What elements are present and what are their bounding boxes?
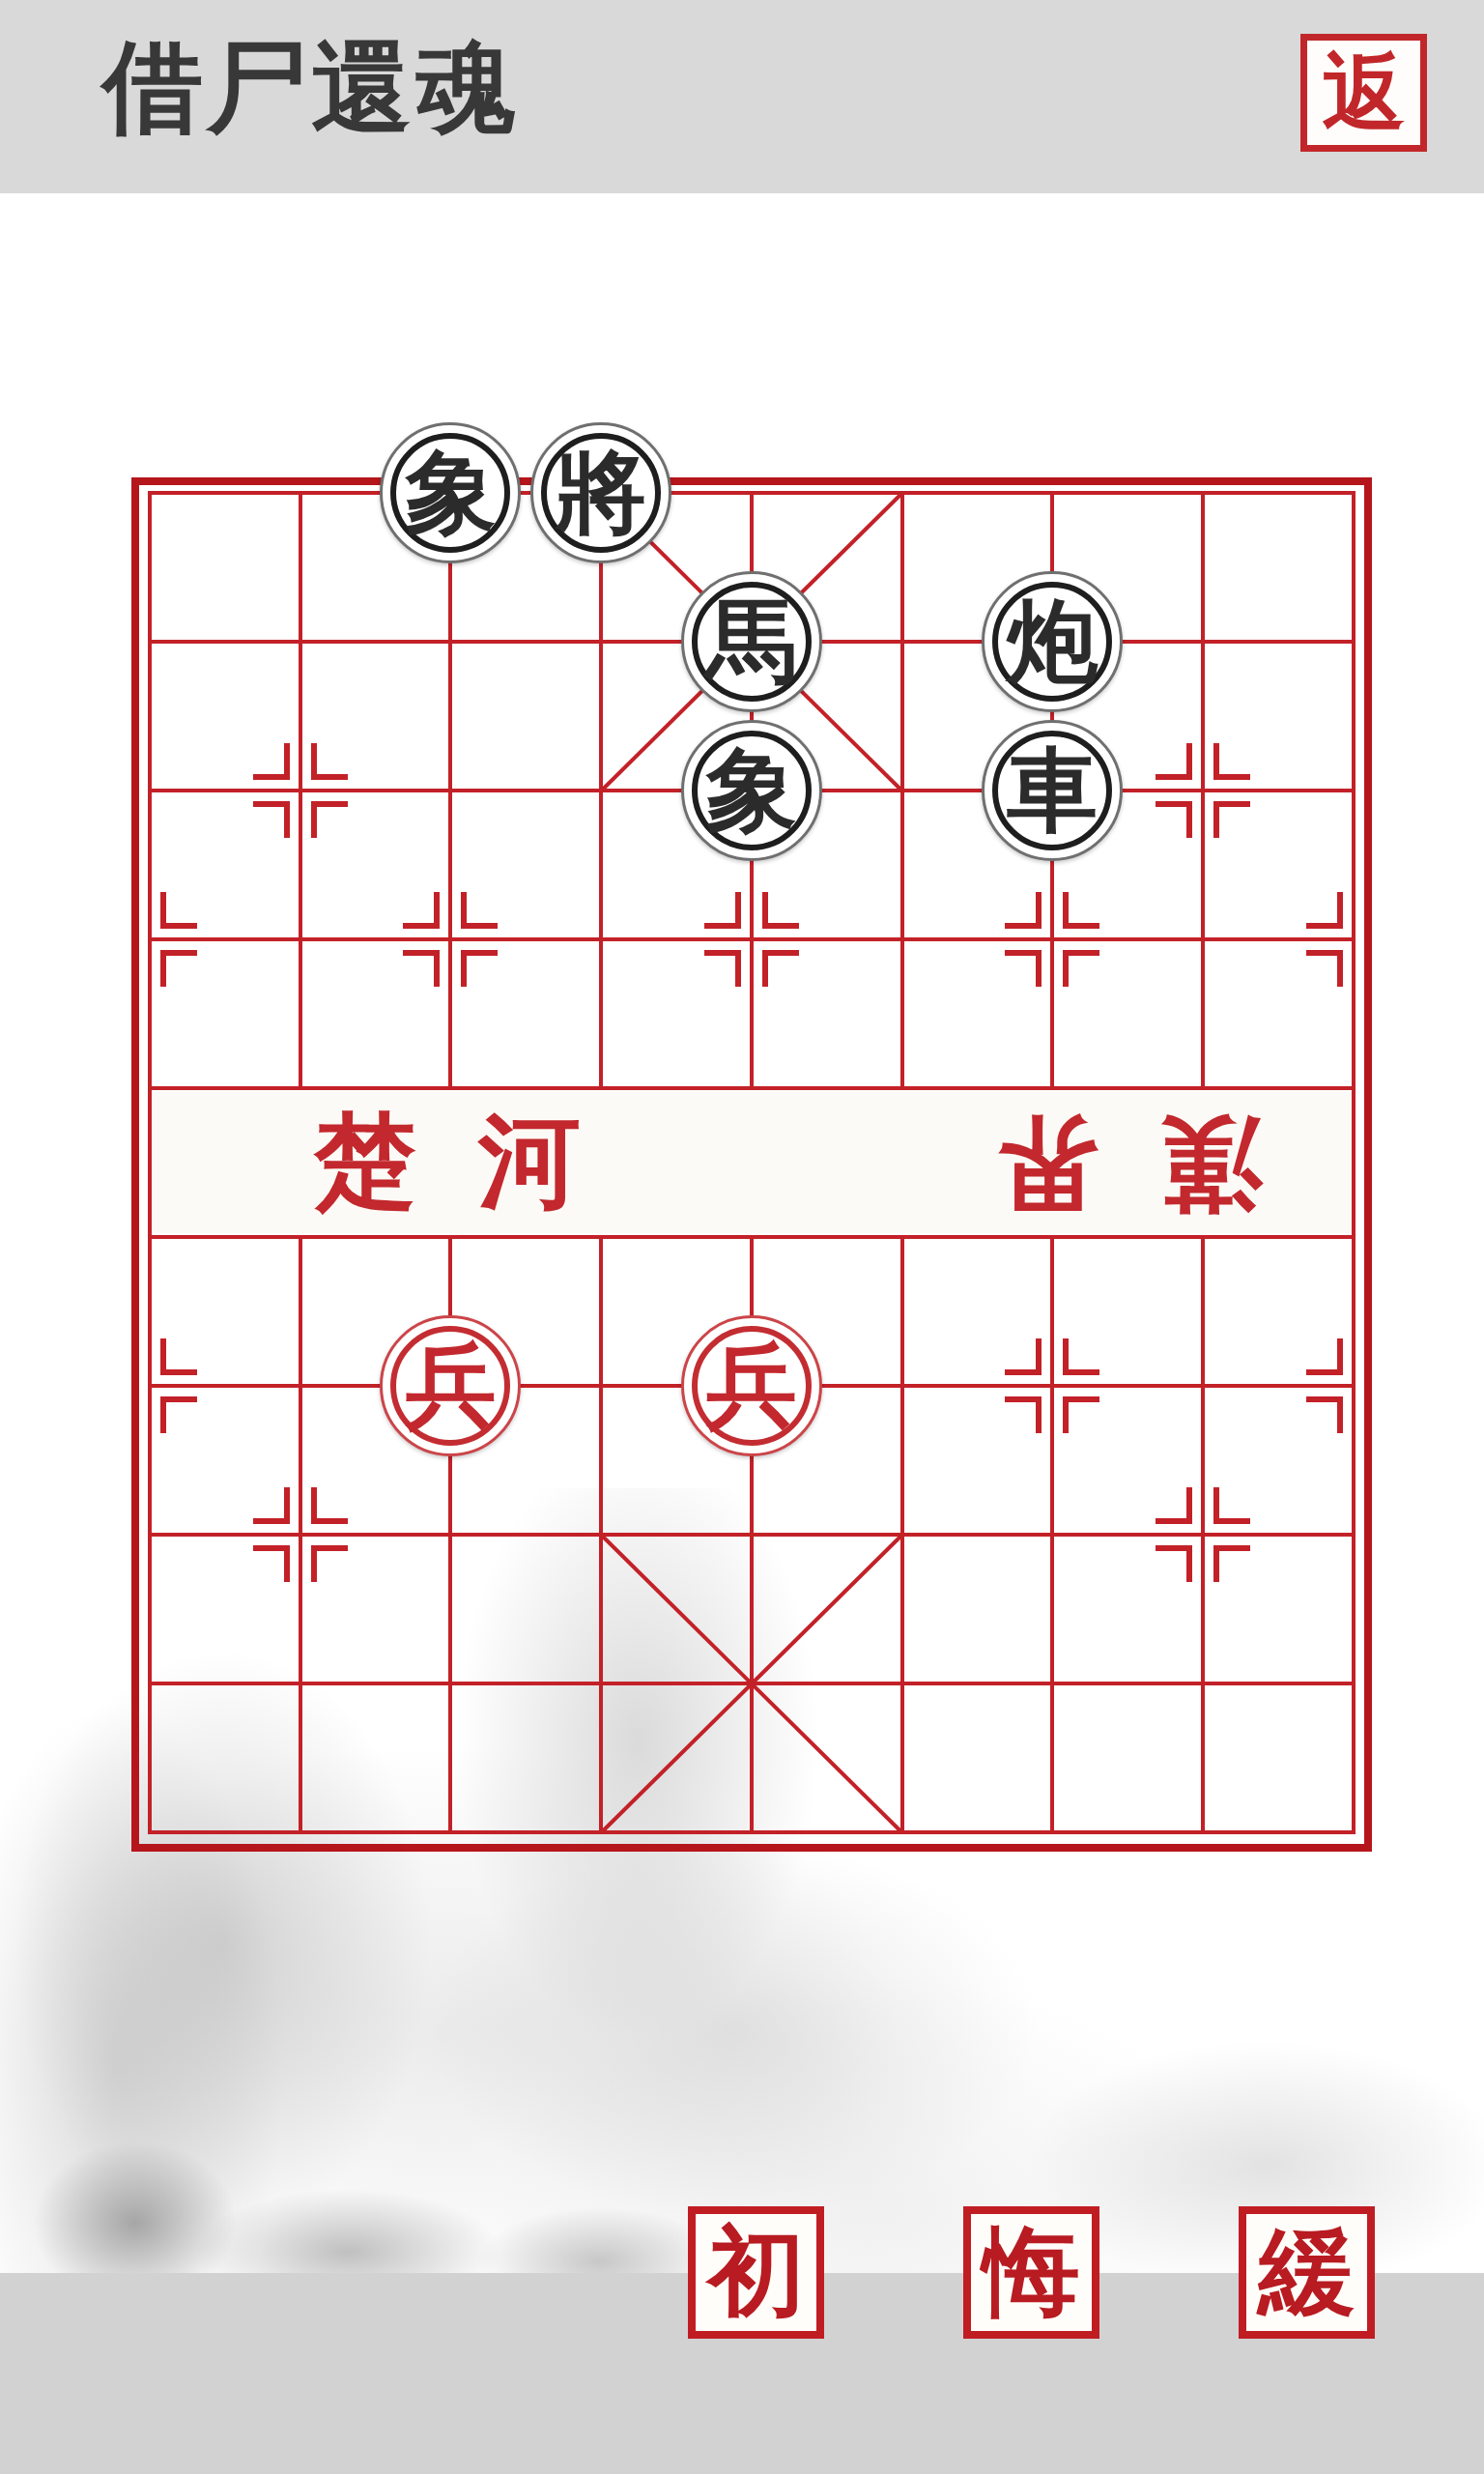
header-bar: 借尸還魂 返 <box>0 0 1484 193</box>
undo-button[interactable]: 悔 <box>963 2206 1099 2339</box>
xiangqi-board[interactable]: 楚河 漢界 象將馬炮象車兵兵 <box>150 493 1354 1832</box>
piece-black-elephant[interactable]: 象 <box>380 422 521 563</box>
position-marker <box>160 892 197 929</box>
position-marker <box>704 950 741 987</box>
position-marker <box>253 801 290 838</box>
piece-black-elephant[interactable]: 象 <box>681 720 822 861</box>
position-marker <box>253 1487 290 1524</box>
position-marker <box>1156 1487 1192 1524</box>
piece-black-general[interactable]: 將 <box>530 422 671 563</box>
board-line <box>1050 1235 1054 1834</box>
position-marker <box>1005 892 1042 929</box>
piece-red-soldier[interactable]: 兵 <box>380 1315 521 1456</box>
reset-button-label: 初 <box>708 2225 805 2321</box>
position-marker <box>1213 801 1250 838</box>
board-line <box>1201 491 1205 1090</box>
position-marker <box>403 950 440 987</box>
position-marker <box>1306 1396 1343 1433</box>
position-marker <box>1063 950 1099 987</box>
position-marker <box>160 1396 197 1433</box>
position-marker <box>762 892 799 929</box>
position-marker <box>253 1545 290 1582</box>
piece-character: 兵 <box>405 1340 496 1431</box>
position-marker <box>311 801 348 838</box>
piece-character: 象 <box>706 745 797 836</box>
position-marker <box>1005 950 1042 987</box>
back-button[interactable]: 返 <box>1300 34 1427 152</box>
position-marker <box>1156 1545 1192 1582</box>
page-title: 借尸還魂 <box>102 33 520 143</box>
back-button-label: 返 <box>1323 51 1406 134</box>
xiangqi-puzzle-page: 借尸還魂 返 楚河 漢界 象將馬炮象車兵兵 初 悔 緩 <box>0 0 1484 2474</box>
river-band: 楚河 漢界 <box>152 1092 1352 1233</box>
position-marker <box>403 892 440 929</box>
position-marker <box>1213 1487 1250 1524</box>
board-line <box>1352 491 1356 1834</box>
position-marker <box>1005 1396 1042 1433</box>
position-marker <box>311 743 348 780</box>
position-marker <box>1213 1545 1250 1582</box>
piece-character: 象 <box>405 447 496 538</box>
board-line <box>299 1235 302 1834</box>
position-marker <box>1156 801 1192 838</box>
position-marker <box>1063 1396 1099 1433</box>
board-line <box>299 491 302 1090</box>
position-marker <box>1306 892 1343 929</box>
position-marker <box>311 1545 348 1582</box>
position-marker <box>461 950 498 987</box>
position-marker <box>1306 1338 1343 1375</box>
river-label-chu-he: 楚河 <box>314 1092 642 1233</box>
piece-black-cannon[interactable]: 炮 <box>982 571 1123 712</box>
piece-character: 炮 <box>1007 596 1098 687</box>
board-line <box>148 491 152 1834</box>
board-line <box>448 491 452 1090</box>
piece-character: 馬 <box>706 596 797 687</box>
river-label-han-jie: 漢界 <box>934 1092 1263 1233</box>
position-marker <box>1063 1338 1099 1375</box>
piece-character: 將 <box>556 447 646 538</box>
board-line <box>1201 1235 1205 1834</box>
position-marker <box>160 1338 197 1375</box>
piece-character: 車 <box>1007 745 1098 836</box>
position-marker <box>704 892 741 929</box>
hint-button[interactable]: 緩 <box>1239 2206 1375 2339</box>
position-marker <box>1005 1338 1042 1375</box>
undo-button-label: 悔 <box>984 2225 1080 2321</box>
piece-character: 兵 <box>706 1340 797 1431</box>
position-marker <box>1213 743 1250 780</box>
position-marker <box>1063 892 1099 929</box>
position-marker <box>1156 743 1192 780</box>
piece-red-soldier[interactable]: 兵 <box>681 1315 822 1456</box>
position-marker <box>160 950 197 987</box>
position-marker <box>461 892 498 929</box>
reset-button[interactable]: 初 <box>688 2206 824 2339</box>
position-marker <box>762 950 799 987</box>
hint-button-label: 緩 <box>1259 2225 1356 2321</box>
piece-black-chariot[interactable]: 車 <box>982 720 1123 861</box>
piece-black-horse[interactable]: 馬 <box>681 571 822 712</box>
position-marker <box>311 1487 348 1524</box>
position-marker <box>1306 950 1343 987</box>
position-marker <box>253 743 290 780</box>
